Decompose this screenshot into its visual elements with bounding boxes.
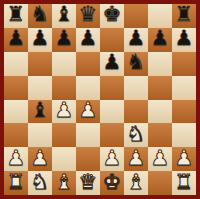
square-e6[interactable]: ♟ — [100, 52, 124, 76]
square-c4[interactable]: ♟ — [52, 100, 76, 124]
square-c8[interactable]: ♝ — [52, 4, 76, 28]
piece-white-pawn[interactable]: ♟ — [79, 100, 98, 121]
square-a3[interactable] — [4, 123, 28, 147]
square-f4[interactable] — [124, 100, 148, 124]
piece-black-pawn[interactable]: ♟ — [175, 28, 194, 49]
piece-white-rook[interactable]: ♜ — [7, 172, 26, 193]
square-g7[interactable]: ♟ — [148, 28, 172, 52]
square-b8[interactable]: ♞ — [28, 4, 52, 28]
piece-black-queen[interactable]: ♛ — [79, 4, 98, 25]
square-d1[interactable]: ♛ — [76, 171, 100, 195]
square-g3[interactable] — [148, 123, 172, 147]
square-b2[interactable]: ♟ — [28, 147, 52, 171]
piece-white-knight[interactable]: ♞ — [31, 172, 50, 193]
square-g2[interactable]: ♟ — [148, 147, 172, 171]
square-h7[interactable]: ♟ — [172, 28, 196, 52]
square-g6[interactable] — [148, 52, 172, 76]
square-h6[interactable] — [172, 52, 196, 76]
square-b4[interactable]: ♝ — [28, 100, 52, 124]
square-h8[interactable]: ♜ — [172, 4, 196, 28]
square-a7[interactable]: ♟ — [4, 28, 28, 52]
square-f1[interactable]: ♝ — [124, 171, 148, 195]
piece-black-pawn[interactable]: ♟ — [127, 28, 146, 49]
piece-black-bishop[interactable]: ♝ — [31, 100, 50, 121]
chess-board: ♜♞♝♛♚♜♟♟♟♟♟♟♟♟♞♝♟♟♞♟♟♟♟♟♟♜♞♝♛♚♝♜ — [4, 4, 196, 195]
square-b5[interactable] — [28, 76, 52, 100]
piece-black-knight[interactable]: ♞ — [31, 4, 50, 25]
square-a1[interactable]: ♜ — [4, 171, 28, 195]
square-b7[interactable]: ♟ — [28, 28, 52, 52]
square-b6[interactable] — [28, 52, 52, 76]
square-c3[interactable] — [52, 123, 76, 147]
square-h4[interactable] — [172, 100, 196, 124]
square-g1[interactable] — [148, 171, 172, 195]
piece-white-pawn[interactable]: ♟ — [151, 148, 170, 169]
square-c6[interactable] — [52, 52, 76, 76]
square-h5[interactable] — [172, 76, 196, 100]
square-d3[interactable] — [76, 123, 100, 147]
square-c7[interactable]: ♟ — [52, 28, 76, 52]
square-e3[interactable] — [100, 123, 124, 147]
piece-white-knight[interactable]: ♞ — [127, 124, 146, 145]
square-a8[interactable]: ♜ — [4, 4, 28, 28]
square-d2[interactable] — [76, 147, 100, 171]
square-c1[interactable]: ♝ — [52, 171, 76, 195]
square-a2[interactable]: ♟ — [4, 147, 28, 171]
piece-white-queen[interactable]: ♛ — [79, 172, 98, 193]
piece-white-pawn[interactable]: ♟ — [31, 148, 50, 169]
piece-white-pawn[interactable]: ♟ — [55, 100, 74, 121]
square-d5[interactable] — [76, 76, 100, 100]
square-c5[interactable] — [52, 76, 76, 100]
square-g8[interactable] — [148, 4, 172, 28]
piece-black-pawn[interactable]: ♟ — [31, 28, 50, 49]
piece-black-rook[interactable]: ♜ — [175, 4, 194, 25]
square-f3[interactable]: ♞ — [124, 123, 148, 147]
piece-black-pawn[interactable]: ♟ — [79, 28, 98, 49]
piece-black-king[interactable]: ♚ — [103, 4, 122, 25]
piece-white-bishop[interactable]: ♝ — [127, 172, 146, 193]
square-f5[interactable] — [124, 76, 148, 100]
square-h3[interactable] — [172, 123, 196, 147]
piece-white-king[interactable]: ♚ — [103, 172, 122, 193]
square-a5[interactable] — [4, 76, 28, 100]
piece-black-pawn[interactable]: ♟ — [7, 28, 26, 49]
square-f6[interactable]: ♞ — [124, 52, 148, 76]
square-e7[interactable] — [100, 28, 124, 52]
square-g5[interactable] — [148, 76, 172, 100]
piece-white-pawn[interactable]: ♟ — [175, 148, 194, 169]
square-a4[interactable] — [4, 100, 28, 124]
square-f7[interactable]: ♟ — [124, 28, 148, 52]
piece-black-pawn[interactable]: ♟ — [55, 28, 74, 49]
square-e4[interactable] — [100, 100, 124, 124]
square-e8[interactable]: ♚ — [100, 4, 124, 28]
piece-black-pawn[interactable]: ♟ — [151, 28, 170, 49]
square-b3[interactable] — [28, 123, 52, 147]
piece-white-bishop[interactable]: ♝ — [55, 172, 74, 193]
square-h1[interactable]: ♜ — [172, 171, 196, 195]
square-a6[interactable] — [4, 52, 28, 76]
square-e2[interactable]: ♟ — [100, 147, 124, 171]
square-d4[interactable]: ♟ — [76, 100, 100, 124]
square-b1[interactable]: ♞ — [28, 171, 52, 195]
piece-white-rook[interactable]: ♜ — [175, 172, 194, 193]
piece-white-pawn[interactable]: ♟ — [7, 148, 26, 169]
piece-black-bishop[interactable]: ♝ — [55, 4, 74, 25]
square-e5[interactable] — [100, 76, 124, 100]
chess-board-frame: ♜♞♝♛♚♜♟♟♟♟♟♟♟♟♞♝♟♟♞♟♟♟♟♟♟♜♞♝♛♚♝♜ — [0, 0, 200, 199]
square-d6[interactable] — [76, 52, 100, 76]
square-d7[interactable]: ♟ — [76, 28, 100, 52]
square-g4[interactable] — [148, 100, 172, 124]
piece-black-rook[interactable]: ♜ — [7, 4, 26, 25]
square-c2[interactable] — [52, 147, 76, 171]
piece-black-pawn[interactable]: ♟ — [103, 52, 122, 73]
square-h2[interactable]: ♟ — [172, 147, 196, 171]
piece-black-knight[interactable]: ♞ — [127, 52, 146, 73]
piece-white-pawn[interactable]: ♟ — [127, 148, 146, 169]
square-f8[interactable] — [124, 4, 148, 28]
square-e1[interactable]: ♚ — [100, 171, 124, 195]
square-d8[interactable]: ♛ — [76, 4, 100, 28]
square-f2[interactable]: ♟ — [124, 147, 148, 171]
piece-white-pawn[interactable]: ♟ — [103, 148, 122, 169]
